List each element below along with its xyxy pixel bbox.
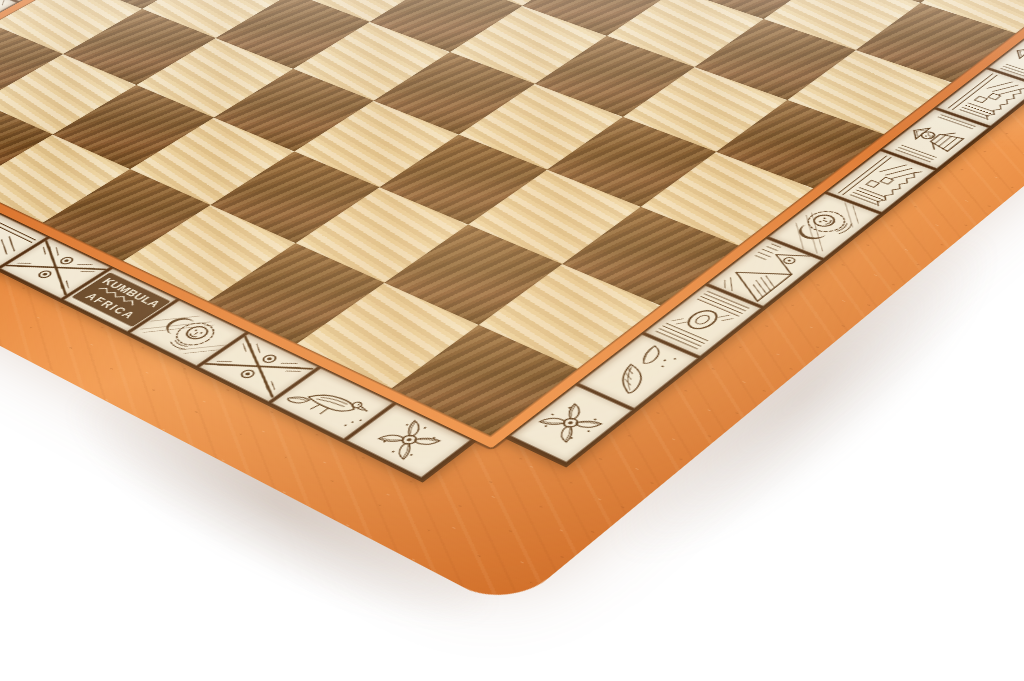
playing-surface	[0, 0, 1024, 448]
chessboard: KUMBULA AFRICA	[0, 0, 1024, 611]
studio-photo-stage: KUMBULA AFRICA	[0, 0, 1024, 681]
